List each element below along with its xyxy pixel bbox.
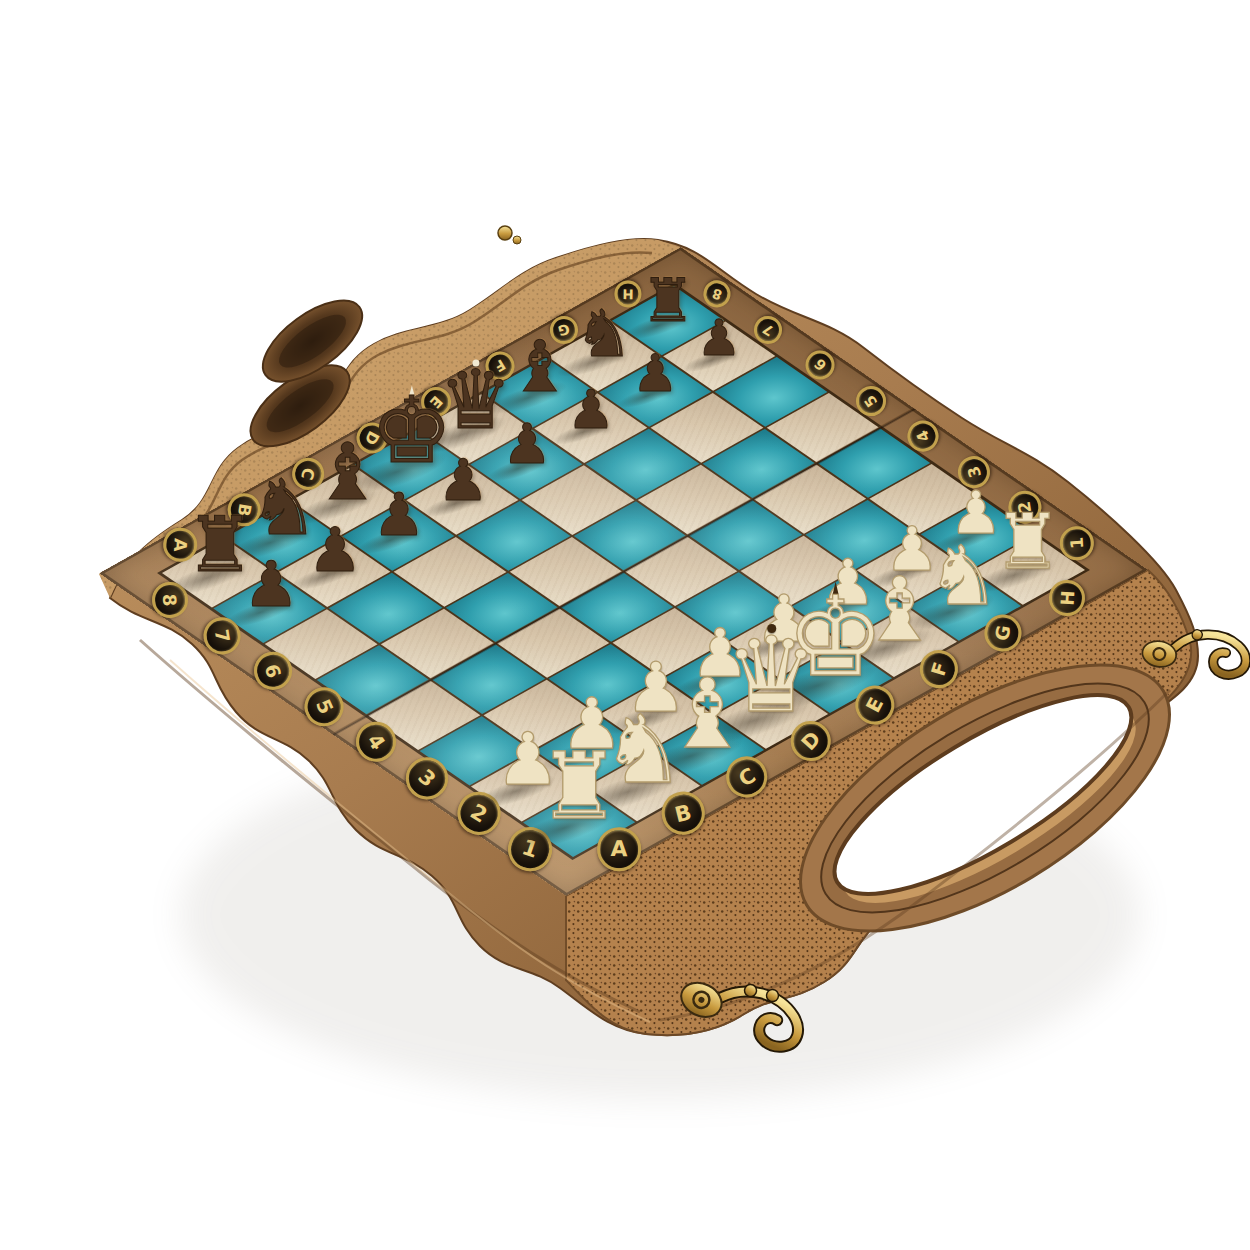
piece-glyph: ♜ <box>641 272 695 327</box>
chess-piece-black-pawn[interactable]: ♟ <box>437 453 488 506</box>
chess-piece-black-pawn[interactable]: ♟ <box>308 522 363 578</box>
chess-piece-white-rook[interactable]: ♜ <box>993 507 1061 577</box>
chess-piece-black-pawn[interactable]: ♟ <box>243 556 299 614</box>
piece-glyph: ♟ <box>567 385 615 434</box>
piece-glyph: ♟ <box>437 453 488 506</box>
piece-glyph: ♟ <box>373 488 426 542</box>
chess-piece-black-pawn[interactable]: ♟ <box>502 419 552 470</box>
chess-piece-black-pawn[interactable]: ♟ <box>567 385 615 434</box>
chess-piece-black-pawn[interactable]: ♟ <box>632 350 678 397</box>
chess-piece-black-pawn[interactable]: ♟ <box>697 316 742 362</box>
chess-piece-white-rook[interactable]: ♜ <box>538 745 621 830</box>
piece-glyph: ♟ <box>632 350 678 397</box>
piece-glyph: ♜ <box>538 745 621 830</box>
piece-glyph: ♟ <box>308 522 363 578</box>
piece-glyph: ♜ <box>993 507 1061 577</box>
brass-knob-top <box>498 226 521 244</box>
chess-piece-black-pawn[interactable]: ♟ <box>373 488 426 542</box>
piece-glyph: ♝ <box>508 335 571 400</box>
piece-glyph: ♟ <box>697 316 742 362</box>
chess-piece-black-bishop[interactable]: ♝ <box>508 335 571 400</box>
scene: AABBCCDDEEFFGGHH1122334455667788♜♞♝♛♚♝♞♜… <box>0 0 1250 1250</box>
piece-glyph: ♟ <box>243 556 299 614</box>
piece-glyph: ♟ <box>502 419 552 470</box>
piece-glyph: ♞ <box>575 304 633 364</box>
chess-piece-black-rook[interactable]: ♜ <box>641 272 695 327</box>
chess-piece-black-knight[interactable]: ♞ <box>575 304 633 364</box>
